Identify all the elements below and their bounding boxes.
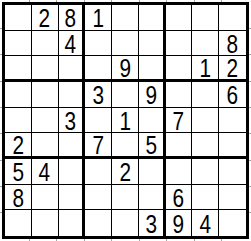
cell-r6c4[interactable]: 7 xyxy=(85,133,112,159)
cell-r7c9[interactable] xyxy=(219,159,246,185)
cell-r2c3[interactable]: 4 xyxy=(59,31,86,57)
cell-r3c2[interactable] xyxy=(32,56,59,82)
given-digit: 6 xyxy=(173,185,185,211)
cell-r2c4[interactable] xyxy=(85,31,112,57)
cell-r2c1[interactable] xyxy=(5,31,32,57)
cell-r5c4[interactable] xyxy=(85,108,112,134)
cell-r2c9[interactable]: 8 xyxy=(219,31,246,57)
cell-r6c5[interactable] xyxy=(112,133,139,159)
cell-r8c5[interactable] xyxy=(112,185,139,211)
given-digit: 1 xyxy=(92,5,104,31)
cell-r2c8[interactable] xyxy=(192,31,219,57)
given-digit: 2 xyxy=(119,159,131,185)
sudoku-board: 2814891239631727554286394 xyxy=(2,2,249,239)
cell-r5c5[interactable]: 1 xyxy=(112,108,139,134)
cell-r6c2[interactable] xyxy=(32,133,59,159)
cell-r3c5[interactable]: 9 xyxy=(112,56,139,82)
cell-r6c6[interactable]: 5 xyxy=(139,133,166,159)
given-digit: 3 xyxy=(92,82,104,108)
given-digit: 4 xyxy=(65,31,77,57)
cell-r9c6[interactable]: 3 xyxy=(139,210,166,236)
cell-r6c3[interactable] xyxy=(59,133,86,159)
given-digit: 3 xyxy=(145,210,157,236)
cell-r2c6[interactable] xyxy=(139,31,166,57)
cell-r4c2[interactable] xyxy=(32,82,59,108)
cell-r3c9[interactable]: 2 xyxy=(219,56,246,82)
cell-r5c3[interactable]: 3 xyxy=(59,108,86,134)
cell-r7c2[interactable]: 4 xyxy=(32,159,59,185)
cell-r4c7[interactable] xyxy=(166,82,193,108)
given-digit: 4 xyxy=(39,159,51,185)
cell-r6c9[interactable] xyxy=(219,133,246,159)
cell-r1c5[interactable] xyxy=(112,5,139,31)
given-digit: 5 xyxy=(145,133,157,158)
cell-r3c6[interactable] xyxy=(139,56,166,82)
cell-r7c1[interactable]: 5 xyxy=(5,159,32,185)
given-digit: 8 xyxy=(12,185,24,211)
cell-r8c3[interactable] xyxy=(59,185,86,211)
cell-r9c2[interactable] xyxy=(32,210,59,236)
cell-r9c8[interactable]: 4 xyxy=(192,210,219,236)
given-digit: 8 xyxy=(65,5,77,31)
cell-r1c4[interactable]: 1 xyxy=(85,5,112,31)
cell-r4c9[interactable]: 6 xyxy=(219,82,246,108)
given-digit: 4 xyxy=(200,210,212,236)
given-digit: 1 xyxy=(200,56,212,81)
cell-r1c7[interactable] xyxy=(166,5,193,31)
given-digit: 2 xyxy=(12,133,24,158)
cell-r9c3[interactable] xyxy=(59,210,86,236)
given-digit: 2 xyxy=(227,56,239,81)
cell-r7c3[interactable] xyxy=(59,159,86,185)
cell-r8c1[interactable]: 8 xyxy=(5,185,32,211)
cell-r8c6[interactable] xyxy=(139,185,166,211)
given-digit: 6 xyxy=(227,82,239,108)
cell-r7c4[interactable] xyxy=(85,159,112,185)
cell-r1c2[interactable]: 2 xyxy=(32,5,59,31)
cell-r1c6[interactable] xyxy=(139,5,166,31)
cell-r9c4[interactable] xyxy=(85,210,112,236)
given-digit: 5 xyxy=(12,159,24,185)
cell-r9c1[interactable] xyxy=(5,210,32,236)
cell-r7c7[interactable] xyxy=(166,159,193,185)
cell-r8c7[interactable]: 6 xyxy=(166,185,193,211)
given-digit: 9 xyxy=(173,210,185,236)
cell-r2c5[interactable] xyxy=(112,31,139,57)
cell-r4c6[interactable]: 9 xyxy=(139,82,166,108)
cell-r5c2[interactable] xyxy=(32,108,59,134)
cell-r8c9[interactable] xyxy=(219,185,246,211)
cell-r8c8[interactable] xyxy=(192,185,219,211)
cell-r6c8[interactable] xyxy=(192,133,219,159)
given-digit: 9 xyxy=(145,82,157,108)
cell-r1c3[interactable]: 8 xyxy=(59,5,86,31)
cell-r5c9[interactable] xyxy=(219,108,246,134)
given-digit: 2 xyxy=(39,5,51,31)
cell-r8c4[interactable] xyxy=(85,185,112,211)
given-digit: 3 xyxy=(65,108,77,134)
given-digit: 9 xyxy=(119,56,131,81)
cell-r4c8[interactable] xyxy=(192,82,219,108)
cell-r8c2[interactable] xyxy=(32,185,59,211)
cell-r4c3[interactable] xyxy=(59,82,86,108)
cell-r9c5[interactable] xyxy=(112,210,139,236)
cell-r7c8[interactable] xyxy=(192,159,219,185)
cell-r4c5[interactable] xyxy=(112,82,139,108)
given-digit: 7 xyxy=(173,108,185,134)
cell-r2c7[interactable] xyxy=(166,31,193,57)
sudoku-screenshot: 2814891239631727554286394 xyxy=(0,0,251,241)
cell-r3c8[interactable]: 1 xyxy=(192,56,219,82)
given-digit: 8 xyxy=(227,31,239,57)
cell-r3c3[interactable] xyxy=(59,56,86,82)
cell-r1c1[interactable] xyxy=(5,5,32,31)
cell-r1c8[interactable] xyxy=(192,5,219,31)
cell-r2c2[interactable] xyxy=(32,31,59,57)
cell-r3c7[interactable] xyxy=(166,56,193,82)
cell-r5c6[interactable] xyxy=(139,108,166,134)
cell-r6c7[interactable] xyxy=(166,133,193,159)
cell-r4c1[interactable] xyxy=(5,82,32,108)
cell-r9c7[interactable]: 9 xyxy=(166,210,193,236)
cell-r5c7[interactable]: 7 xyxy=(166,108,193,134)
cell-r7c5[interactable]: 2 xyxy=(112,159,139,185)
cell-r5c8[interactable] xyxy=(192,108,219,134)
given-digit: 1 xyxy=(119,108,131,134)
cell-r4c4[interactable]: 3 xyxy=(85,82,112,108)
given-digit: 7 xyxy=(92,133,104,158)
cell-r5c1[interactable] xyxy=(5,108,32,134)
cell-r7c6[interactable] xyxy=(139,159,166,185)
cell-r9c9[interactable] xyxy=(219,210,246,236)
cell-r3c4[interactable] xyxy=(85,56,112,82)
cell-r3c1[interactable] xyxy=(5,56,32,82)
cell-r6c1[interactable]: 2 xyxy=(5,133,32,159)
cell-r1c9[interactable] xyxy=(219,5,246,31)
